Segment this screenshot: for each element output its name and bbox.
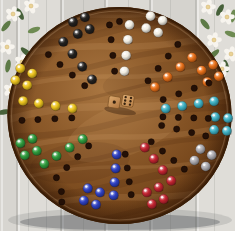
marble-silver[interactable] [201,162,211,172]
board-hole[interactable] [148,139,154,145]
marble-green[interactable] [20,150,30,160]
marble-orange[interactable] [214,72,224,82]
board-hole[interactable] [174,126,180,132]
marble-teal[interactable] [223,113,233,123]
board-hole[interactable] [175,41,181,47]
board-hole[interactable] [106,22,112,28]
marble-black[interactable] [80,12,90,22]
marble-black[interactable] [68,17,78,27]
marble-red[interactable] [149,154,159,164]
board-hole[interactable] [206,80,212,86]
marble-blue[interactable] [112,150,122,160]
marble-black[interactable] [58,37,68,47]
board-hole[interactable] [126,179,132,185]
board-hole[interactable] [69,115,75,121]
marble-yellow[interactable] [16,64,26,74]
marble-yellow[interactable] [27,69,37,79]
marble-blue[interactable] [95,188,105,198]
board-hole[interactable] [58,188,64,194]
marble-yellow[interactable] [34,99,44,109]
board-hole[interactable] [57,61,63,67]
marble-green[interactable] [78,134,88,144]
marble-green[interactable] [52,151,62,161]
marble-red[interactable] [147,199,157,209]
marble-blue[interactable] [79,196,89,206]
marble-teal[interactable] [177,101,187,111]
marble-blue[interactable] [110,177,120,187]
marble-white[interactable] [120,66,130,76]
marble-red[interactable] [159,194,169,204]
marble-orange[interactable] [187,53,197,63]
board-hole[interactable] [160,114,166,120]
marble-black[interactable] [68,49,78,59]
marble-white[interactable] [158,16,168,26]
board-hole[interactable] [69,72,75,78]
marble-teal[interactable] [209,125,219,135]
board-hole[interactable] [165,53,171,59]
marble-white[interactable] [141,23,151,33]
marble-blue[interactable] [111,164,121,174]
board-hole[interactable] [116,18,122,24]
marble-orange[interactable] [150,82,160,92]
board-hole[interactable] [19,117,25,123]
marble-yellow[interactable] [68,104,78,114]
board-hole[interactable] [159,148,165,154]
marble-red[interactable] [142,188,152,198]
board-hole[interactable] [75,154,81,160]
board-hole[interactable] [86,143,92,149]
board-hole[interactable] [59,199,65,205]
board-hole[interactable] [159,122,165,128]
marble-red[interactable] [158,165,168,175]
marble-teal[interactable] [194,99,204,109]
marble-black[interactable] [77,62,87,72]
photo-canvas [0,0,235,231]
board-hole[interactable] [160,96,166,102]
marble-yellow[interactable] [22,80,32,90]
marble-green[interactable] [16,138,26,148]
marble-silver[interactable] [196,144,206,154]
marble-red[interactable] [140,143,150,153]
marble-blue[interactable] [109,190,119,200]
board-hole[interactable] [108,37,114,43]
board-hole[interactable] [181,166,187,172]
marble-green[interactable] [28,134,38,144]
marble-yellow[interactable] [11,75,21,85]
marble-teal[interactable] [222,126,232,136]
marble-white[interactable] [146,11,156,21]
board-photo: Overhead photo of a round stained-wood A… [0,0,235,231]
marble-black[interactable] [85,24,95,34]
marble-teal[interactable] [209,96,219,106]
board-hole[interactable] [176,91,182,97]
board-hole[interactable] [112,68,118,74]
board-hole[interactable] [128,192,134,198]
board-hole[interactable] [189,130,195,136]
marble-blue[interactable] [83,184,93,194]
marble-white[interactable] [125,20,135,30]
board-hole[interactable] [124,165,130,171]
marble-silver[interactable] [190,156,200,166]
board-hole[interactable] [203,133,209,139]
marble-black[interactable] [87,75,97,85]
marble-blue[interactable] [91,200,101,210]
marble-yellow[interactable] [18,96,28,106]
board-hole[interactable] [171,157,177,163]
marble-black[interactable] [73,29,83,39]
board-hole[interactable] [175,114,181,120]
marble-teal[interactable] [161,104,171,114]
board-hole[interactable] [145,78,151,84]
marble-silver[interactable] [207,150,217,160]
marble-orange[interactable] [175,62,185,72]
board-hole[interactable] [82,83,88,89]
marble-white[interactable] [121,51,131,61]
marble-teal[interactable] [210,112,220,122]
marble-orange[interactable] [163,72,173,82]
marble-green[interactable] [65,143,75,153]
board-hole[interactable] [52,116,58,122]
board-hole[interactable] [191,115,197,121]
marble-white[interactable] [153,28,163,38]
marble-orange[interactable] [197,66,207,76]
marble-green[interactable] [39,159,49,169]
board-hole[interactable] [191,85,197,91]
board-hole[interactable] [122,151,128,157]
marble-red[interactable] [166,176,176,186]
board-hole[interactable] [64,164,70,170]
marble-orange[interactable] [208,60,218,70]
board-hole[interactable] [155,65,161,71]
die-showing-6[interactable] [121,94,134,107]
board-hole[interactable] [110,52,116,58]
marble-green[interactable] [32,146,42,156]
marble-yellow[interactable] [51,101,61,111]
board-hole[interactable] [53,175,59,181]
board-hole[interactable] [205,115,211,121]
board-hole[interactable] [45,51,51,57]
marble-white[interactable] [123,35,133,45]
board-hole[interactable] [35,116,41,122]
marble-red[interactable] [154,183,164,193]
